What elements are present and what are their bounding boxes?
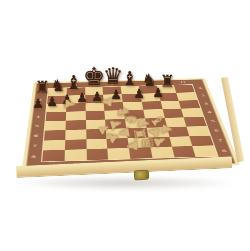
pieces-layer: ♜♞♝♚♛♝♞♜♟♟♟♟♟♟♟♟♟♟♞♟♞♟♝♟♜♟♟♟♛♟♟♟ <box>0 0 250 251</box>
chess-piece-dark-pawn: ♟ <box>76 91 88 104</box>
chess-piece-dark-pawn: ♟ <box>46 95 58 108</box>
chess-piece-dark-queen: ♛ <box>103 65 124 88</box>
chess-piece-light-pawn: ♟ <box>124 139 139 153</box>
product-photo: HGFEDCBA HGFEDCBA 12345678 12345678 ♜♞♝♚… <box>0 0 250 251</box>
chess-piece-light-pawn: ♟ <box>100 96 114 109</box>
chess-piece-light-pawn: ♟ <box>63 98 77 111</box>
chess-piece-dark-pawn: ♟ <box>32 97 44 110</box>
chess-piece-dark-pawn: ♟ <box>133 87 145 100</box>
chess-piece-dark-pawn: ♟ <box>152 86 164 99</box>
